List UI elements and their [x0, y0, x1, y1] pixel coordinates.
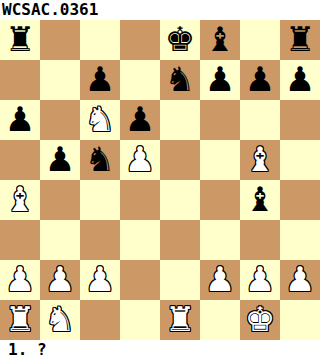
black-bishop[interactable]: ♝: [245, 180, 275, 219]
square-f3[interactable]: [200, 220, 240, 260]
white-knight[interactable]: ♞: [85, 100, 115, 139]
white-king[interactable]: ♚: [245, 300, 275, 339]
square-c1[interactable]: [80, 300, 120, 340]
square-d7[interactable]: [120, 60, 160, 100]
white-pawn[interactable]: ♟: [45, 260, 75, 299]
square-c6[interactable]: ♞: [80, 100, 120, 140]
square-g7[interactable]: ♟: [240, 60, 280, 100]
square-b6[interactable]: [40, 100, 80, 140]
square-a3[interactable]: [0, 220, 40, 260]
square-f2[interactable]: ♟: [200, 260, 240, 300]
square-c7[interactable]: ♟: [80, 60, 120, 100]
square-e7[interactable]: ♞: [160, 60, 200, 100]
square-a4[interactable]: ♝: [0, 180, 40, 220]
square-g5[interactable]: ♝: [240, 140, 280, 180]
square-h3[interactable]: [280, 220, 320, 260]
black-pawn[interactable]: ♟: [205, 60, 235, 99]
square-c3[interactable]: [80, 220, 120, 260]
white-pawn[interactable]: ♟: [5, 260, 35, 299]
square-a6[interactable]: ♟: [0, 100, 40, 140]
square-f4[interactable]: [200, 180, 240, 220]
square-d1[interactable]: [120, 300, 160, 340]
square-d2[interactable]: [120, 260, 160, 300]
square-g1[interactable]: ♚: [240, 300, 280, 340]
black-bishop[interactable]: ♝: [205, 20, 235, 59]
square-g2[interactable]: ♟: [240, 260, 280, 300]
white-knight[interactable]: ♞: [45, 300, 75, 339]
black-rook[interactable]: ♜: [5, 20, 35, 59]
white-pawn[interactable]: ♟: [125, 140, 155, 179]
square-c5[interactable]: ♞: [80, 140, 120, 180]
square-a2[interactable]: ♟: [0, 260, 40, 300]
square-d5[interactable]: ♟: [120, 140, 160, 180]
square-g3[interactable]: [240, 220, 280, 260]
square-a1[interactable]: ♜: [0, 300, 40, 340]
white-pawn[interactable]: ♟: [285, 260, 315, 299]
square-g8[interactable]: [240, 20, 280, 60]
white-pawn[interactable]: ♟: [245, 260, 275, 299]
square-b5[interactable]: ♟: [40, 140, 80, 180]
white-rook[interactable]: ♜: [165, 300, 195, 339]
black-knight[interactable]: ♞: [85, 140, 115, 179]
black-pawn[interactable]: ♟: [285, 60, 315, 99]
square-d6[interactable]: ♟: [120, 100, 160, 140]
chess-puzzle-window: WCSAC.0361 ♜♚♝♜♟♞♟♟♟♟♞♟♟♞♟♝♝♝♟♟♟♟♟♟♜♞♜♚ …: [0, 0, 320, 360]
black-pawn[interactable]: ♟: [245, 60, 275, 99]
square-b4[interactable]: [40, 180, 80, 220]
white-bishop[interactable]: ♝: [245, 140, 275, 179]
square-h5[interactable]: [280, 140, 320, 180]
square-b3[interactable]: [40, 220, 80, 260]
square-e5[interactable]: [160, 140, 200, 180]
square-b1[interactable]: ♞: [40, 300, 80, 340]
square-a5[interactable]: [0, 140, 40, 180]
square-d3[interactable]: [120, 220, 160, 260]
square-b7[interactable]: [40, 60, 80, 100]
square-c2[interactable]: ♟: [80, 260, 120, 300]
square-g6[interactable]: [240, 100, 280, 140]
black-rook[interactable]: ♜: [285, 20, 315, 59]
puzzle-title: WCSAC.0361: [0, 0, 320, 20]
black-pawn[interactable]: ♟: [45, 140, 75, 179]
move-prompt: 1. ?: [0, 340, 320, 360]
square-f5[interactable]: [200, 140, 240, 180]
black-pawn[interactable]: ♟: [85, 60, 115, 99]
square-h4[interactable]: [280, 180, 320, 220]
chess-board: ♜♚♝♜♟♞♟♟♟♟♞♟♟♞♟♝♝♝♟♟♟♟♟♟♜♞♜♚: [0, 20, 320, 340]
white-pawn[interactable]: ♟: [85, 260, 115, 299]
white-rook[interactable]: ♜: [5, 300, 35, 339]
square-h7[interactable]: ♟: [280, 60, 320, 100]
square-d4[interactable]: [120, 180, 160, 220]
square-h2[interactable]: ♟: [280, 260, 320, 300]
square-a7[interactable]: [0, 60, 40, 100]
square-g4[interactable]: ♝: [240, 180, 280, 220]
white-bishop[interactable]: ♝: [5, 180, 35, 219]
square-b2[interactable]: ♟: [40, 260, 80, 300]
square-h6[interactable]: [280, 100, 320, 140]
square-h8[interactable]: ♜: [280, 20, 320, 60]
square-c8[interactable]: [80, 20, 120, 60]
square-e4[interactable]: [160, 180, 200, 220]
square-e3[interactable]: [160, 220, 200, 260]
white-pawn[interactable]: ♟: [205, 260, 235, 299]
square-e2[interactable]: [160, 260, 200, 300]
square-f7[interactable]: ♟: [200, 60, 240, 100]
square-e6[interactable]: [160, 100, 200, 140]
square-e1[interactable]: ♜: [160, 300, 200, 340]
square-f6[interactable]: [200, 100, 240, 140]
square-h1[interactable]: [280, 300, 320, 340]
black-king[interactable]: ♚: [165, 20, 195, 59]
square-d8[interactable]: [120, 20, 160, 60]
black-pawn[interactable]: ♟: [125, 100, 155, 139]
square-f8[interactable]: ♝: [200, 20, 240, 60]
square-a8[interactable]: ♜: [0, 20, 40, 60]
square-b8[interactable]: [40, 20, 80, 60]
square-c4[interactable]: [80, 180, 120, 220]
black-knight[interactable]: ♞: [165, 60, 195, 99]
black-pawn[interactable]: ♟: [5, 100, 35, 139]
square-f1[interactable]: [200, 300, 240, 340]
square-e8[interactable]: ♚: [160, 20, 200, 60]
